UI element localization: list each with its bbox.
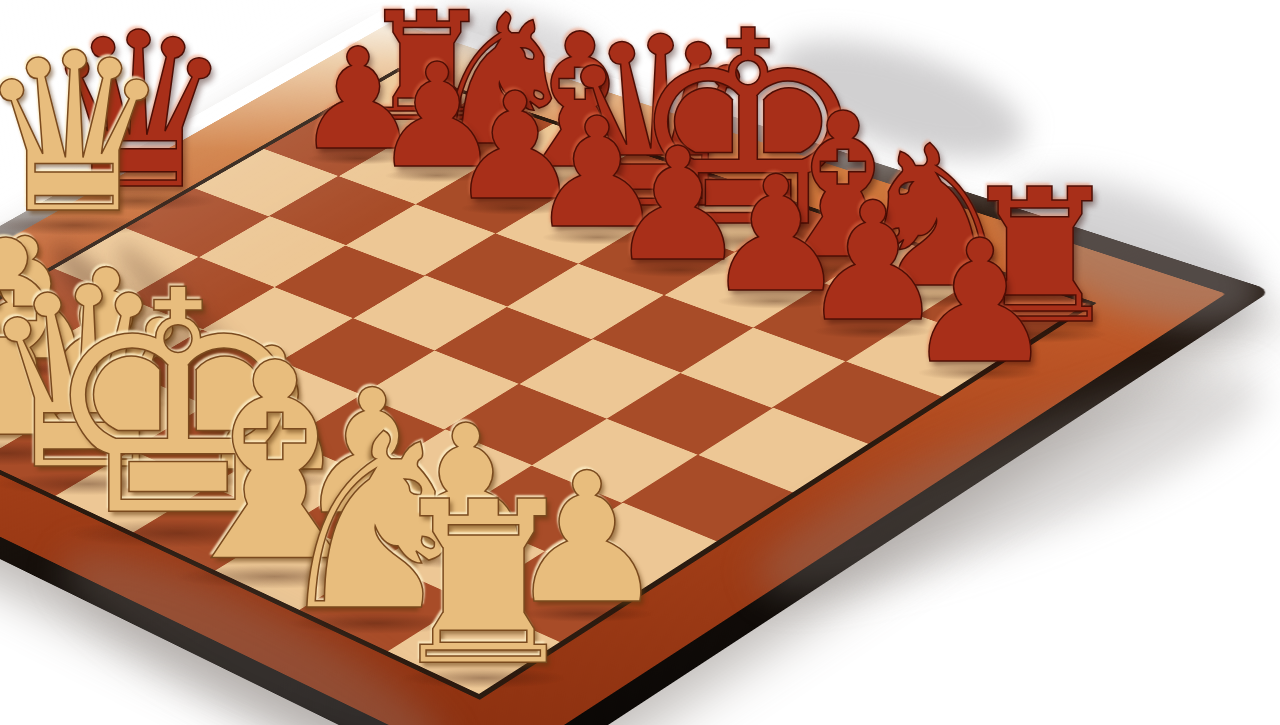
piece-red-pawn-h7[interactable]: ♟ (904, 217, 1056, 387)
piece-white-rook-h1[interactable]: ♜ (382, 472, 584, 697)
product-photo-chess-set: { "game": "chess", "position": "rnbqkbnr… (0, 0, 1280, 725)
